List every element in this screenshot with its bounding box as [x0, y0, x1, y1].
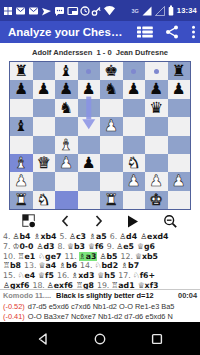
engine-pv-2: O-O Ba3xe7 Nc6xe7 Nb1-d2 d7-d6 e5xd6 N: [28, 312, 173, 321]
piece-black-knight-e7[interactable]: ♞: [100, 80, 123, 98]
move[interactable]: ♙exd4: [140, 232, 168, 241]
move-line-2: 7.♔0-0♙d38.♕b3♕f69.♙e5♕g6: [0, 242, 200, 252]
piece-black-queen-g6[interactable]: ♛: [145, 99, 168, 117]
square-g4[interactable]: [145, 136, 168, 154]
square-f8[interactable]: [123, 62, 146, 80]
square-g8[interactable]: [145, 62, 168, 80]
move[interactable]: ♕a4: [38, 261, 56, 270]
move[interactable]: ♖ad1: [111, 281, 134, 289]
piece-white-bishop-c4[interactable]: ♝: [55, 136, 78, 154]
status-icon-strip: [3, 5, 121, 17]
move[interactable]: ♖g8: [76, 281, 94, 289]
back-icon[interactable]: [37, 333, 49, 345]
previous-move-icon[interactable]: [61, 215, 70, 227]
board-settings-icon[interactable]: [22, 214, 37, 229]
square-e2[interactable]: [100, 172, 123, 190]
app-title: Analyze your Ches…: [8, 26, 122, 38]
square-f7[interactable]: ♟: [123, 80, 146, 98]
square-f5[interactable]: [123, 117, 146, 135]
move-number: 15.: [3, 271, 15, 280]
clock-label: 13:34: [177, 6, 197, 15]
piece-white-rook-e1[interactable]: ♜: [100, 191, 123, 209]
legal-move-dot-d8[interactable]: [86, 69, 91, 74]
piece-black-pawn-a7[interactable]: ♟: [10, 80, 33, 98]
move[interactable]: ♙exf6: [47, 281, 73, 289]
square-e6[interactable]: [100, 99, 123, 117]
move[interactable]: ♔0-0: [12, 242, 33, 251]
square-b5[interactable]: [33, 117, 56, 135]
move[interactable]: ♕h5: [97, 271, 115, 280]
square-b3[interactable]: ♛: [33, 154, 56, 172]
cast-icon: [68, 7, 78, 14]
engine-panel: Komodo 11.... Black is slightly better d…: [0, 289, 200, 322]
move[interactable]: ♘ge7: [38, 252, 61, 261]
piece-black-pawn-f7[interactable]: ♟: [123, 80, 146, 98]
square-d1[interactable]: [78, 191, 101, 209]
square-a3[interactable]: ♝: [10, 154, 33, 172]
piece-black-bishop-c8[interactable]: ♝: [55, 62, 78, 80]
move[interactable]: ♘f6+: [133, 271, 155, 280]
mail-icon: [29, 7, 38, 14]
recents-icon[interactable]: [151, 333, 163, 345]
engine-score-2: (-0.41): [3, 312, 25, 321]
square-b4[interactable]: [33, 136, 56, 154]
move[interactable]: ♕f6: [88, 242, 104, 251]
square-b7[interactable]: ♟: [33, 80, 56, 98]
square-a8[interactable]: ♜: [10, 62, 33, 80]
piece-white-pawn-g2[interactable]: ♟: [145, 172, 168, 190]
move-number: 4.: [3, 232, 10, 241]
share-icon[interactable]: [165, 25, 179, 39]
square-b2[interactable]: [33, 172, 56, 190]
square-c8[interactable]: ♝: [55, 62, 78, 80]
square-h2[interactable]: ♟: [168, 172, 191, 190]
move[interactable]: ♙b4: [12, 232, 30, 241]
key-icon: [92, 7, 100, 15]
status-bar: 3G 13:34: [0, 0, 200, 21]
move-line-6: ♙gxf618.♙exf6♖g819.♖ad1♕xf3: [0, 281, 200, 289]
battery-icon: [168, 5, 174, 16]
notification-icons: [3, 5, 121, 17]
white-player-name: Adolf Anderssen: [32, 48, 92, 57]
engine-evaluation: Black is slightly better d=12: [56, 291, 174, 302]
square-h8[interactable]: ♜: [168, 62, 191, 80]
piece-black-pawn-g7[interactable]: ♟: [145, 80, 168, 98]
engine-time: 00:04: [178, 291, 197, 302]
square-f3[interactable]: ♞: [123, 154, 146, 172]
square-c3[interactable]: ♟: [55, 154, 78, 172]
square-b8[interactable]: [33, 62, 56, 80]
square-h7[interactable]: ♟: [168, 80, 191, 98]
square-h6[interactable]: [168, 99, 191, 117]
wifi-icon: [104, 6, 115, 15]
square-d5[interactable]: [78, 117, 101, 135]
move-line-5: 15.♘e4♕f516.♗xd3♕h517.♘f6+: [0, 271, 200, 281]
signal-2-icon: [155, 6, 165, 16]
square-h1[interactable]: [168, 191, 191, 209]
move[interactable]: ♗a5: [89, 232, 107, 241]
square-h3[interactable]: [168, 154, 191, 172]
square-d8[interactable]: [78, 62, 101, 80]
move[interactable]: ♖e1: [17, 252, 35, 261]
piece-white-rook-a1[interactable]: ♜: [10, 191, 33, 209]
move[interactable]: ♗xd3: [71, 271, 94, 280]
square-f6[interactable]: [123, 99, 146, 117]
piece-black-knight-c6[interactable]: ♞: [55, 99, 78, 117]
sms-icon: [55, 7, 64, 16]
square-h5[interactable]: [168, 117, 191, 135]
move-number: 14.: [80, 261, 92, 270]
move[interactable]: ♗b7: [121, 261, 139, 270]
square-c5[interactable]: [55, 117, 78, 135]
square-h4[interactable]: [168, 136, 191, 154]
move-number: 6.: [110, 232, 117, 241]
move-number: 9.: [107, 242, 114, 251]
piece-black-king-e8[interactable]: ♚: [100, 62, 123, 80]
piece-white-bishop-a3[interactable]: ♝: [10, 154, 33, 172]
legal-move-dot-f8[interactable]: [131, 69, 136, 74]
move-line-3: 10.♖e1♘ge711.♗a3♙b512.♕xb5: [0, 252, 200, 262]
move-number: 8.: [58, 242, 65, 251]
alarm-icon: [81, 7, 89, 15]
move-number: 13.: [24, 261, 36, 270]
square-b1[interactable]: ♞: [33, 191, 56, 209]
piece-black-pawn-h7[interactable]: ♟: [168, 80, 191, 98]
square-g3[interactable]: [145, 154, 168, 172]
square-d3[interactable]: ♟: [78, 154, 101, 172]
square-g6[interactable]: ♛: [145, 99, 168, 117]
black-player-name: Jean Dufresne: [116, 48, 168, 57]
move[interactable]: ♕f5: [38, 271, 54, 280]
chess-board[interactable]: ♜♝♚♜♟♟♟♟♞♟♟♟♞♛♝♟♝♝♛♟♟♞♟♟♟♟♜♞♜♚: [9, 61, 191, 210]
engine-line-2[interactable]: (-0.41)O-O Ba3xe7 Nc6xe7 Nb1-d2 d7-d6 e5…: [0, 312, 200, 322]
square-e8[interactable]: ♚: [100, 62, 123, 80]
move-number: 18.: [32, 281, 44, 289]
board-toolbar: [0, 211, 200, 231]
square-a1[interactable]: ♜: [10, 191, 33, 209]
move-list[interactable]: 4.♙b4♗xb45.♙c3♗a56.♙d4♙exd47.♔0-0♙d38.♕b…: [0, 232, 200, 289]
navigation-icon: [42, 8, 51, 16]
piece-white-knight-b1[interactable]: ♞: [33, 191, 56, 209]
engine-name[interactable]: Komodo 11....: [3, 291, 51, 302]
zoom-out-icon[interactable]: [163, 214, 178, 229]
square-f2[interactable]: ♟: [123, 172, 146, 190]
move[interactable]: ♙b5: [100, 252, 118, 261]
move[interactable]: ♕g6: [137, 242, 155, 251]
square-a2[interactable]: ♟: [10, 172, 33, 190]
move[interactable]: ♘e4: [17, 271, 35, 280]
move[interactable]: ♕b3: [67, 242, 85, 251]
piece-white-pawn-e5[interactable]: ♟: [100, 117, 123, 135]
move[interactable]: ♘bd2: [95, 261, 119, 270]
legal-move-dot-g8[interactable]: [154, 69, 159, 74]
move-number: 12.: [121, 252, 133, 261]
game-result: 1 - 0: [96, 48, 111, 57]
piece-black-bishop-a5[interactable]: ♝: [10, 117, 33, 135]
move[interactable]: ♙d3: [37, 242, 55, 251]
piece-white-pawn-a2[interactable]: ♟: [10, 172, 33, 190]
square-c6[interactable]: ♞: [55, 99, 78, 117]
move-number: 17.: [118, 271, 130, 280]
piece-white-pawn-c3[interactable]: ♟: [55, 154, 78, 172]
move-number: 16.: [57, 271, 69, 280]
piece-black-pawn-c7[interactable]: ♟: [55, 80, 78, 98]
square-d6[interactable]: [78, 99, 101, 117]
piece-white-knight-f3[interactable]: ♞: [123, 154, 146, 172]
move[interactable]: ♗xb4: [33, 232, 56, 241]
square-c2[interactable]: [55, 172, 78, 190]
move[interactable]: ♙gxf6: [3, 281, 29, 289]
move[interactable]: ♗b6: [59, 261, 77, 270]
move[interactable]: ♕xb5: [135, 252, 158, 261]
current-move[interactable]: ♗a3: [79, 252, 97, 261]
signal-icon: [142, 6, 152, 16]
engine-pv-1: d7-d5 e5xd6 c7xd6 Nb1-d2 O-O Re1-e3 Ba5: [28, 302, 175, 311]
square-f1[interactable]: [123, 191, 146, 209]
home-icon[interactable]: [94, 333, 106, 345]
square-b6[interactable]: [33, 99, 56, 117]
square-d7[interactable]: ♟: [78, 80, 101, 98]
move[interactable]: ♙e5: [116, 242, 134, 251]
engine-score-1: (-0.52): [3, 302, 25, 311]
square-g5[interactable]: [145, 117, 168, 135]
move-number: 7.: [3, 242, 10, 251]
move-line-1: 4.♙b4♗xb45.♙c3♗a56.♙d4♙exd4: [0, 232, 200, 242]
move[interactable]: ♕xf3: [138, 281, 159, 289]
square-e5[interactable]: ♟: [100, 117, 123, 135]
piece-black-pawn-d3[interactable]: ♟: [78, 154, 101, 172]
move-number: 11.: [64, 252, 76, 261]
square-c1[interactable]: [55, 191, 78, 209]
game-header: Adolf Anderssen 1 - 0 Jean Dufresne: [0, 43, 200, 61]
square-e7[interactable]: ♞: [100, 80, 123, 98]
mail-icon: [16, 7, 25, 14]
square-g2[interactable]: ♟: [145, 172, 168, 190]
grid-icon: [4, 7, 12, 15]
square-e4[interactable]: [100, 136, 123, 154]
piece-black-pawn-d7[interactable]: ♟: [78, 80, 101, 98]
piece-white-pawn-h2[interactable]: ♟: [168, 172, 191, 190]
square-g7[interactable]: ♟: [145, 80, 168, 98]
piece-white-king-g1[interactable]: ♚: [145, 191, 168, 209]
square-a4[interactable]: [10, 136, 33, 154]
overflow-menu-icon[interactable]: [191, 25, 196, 39]
app-screen: 3G 13:34 Analyze your Ches… Adolf Anders…: [0, 0, 200, 355]
move-number: 19.: [97, 281, 109, 289]
piece-black-rook-h8[interactable]: ♜: [168, 62, 191, 80]
engine-line-1[interactable]: (-0.52)d7-d5 e5xd6 c7xd6 Nb1-d2 O-O Re1-…: [0, 302, 200, 312]
square-c4[interactable]: ♝: [55, 136, 78, 154]
view-list-icon[interactable]: [137, 26, 153, 38]
app-bar: Analyze your Ches…: [0, 21, 200, 43]
piece-white-pawn-f2[interactable]: ♟: [123, 172, 146, 190]
piece-black-pawn-b7[interactable]: ♟: [33, 80, 56, 98]
square-c7[interactable]: ♟: [55, 80, 78, 98]
move[interactable]: ♖b8: [3, 261, 21, 270]
network-type-label: 3G: [131, 8, 138, 14]
square-f4[interactable]: [123, 136, 146, 154]
next-move-icon[interactable]: [94, 215, 103, 227]
move-line-4: ♖b813.♕a4♗b614.♘bd2♗b7: [0, 261, 200, 271]
square-e1[interactable]: ♜: [100, 191, 123, 209]
square-g1[interactable]: ♚: [145, 191, 168, 209]
square-e3[interactable]: [100, 154, 123, 172]
move[interactable]: ♙d4: [119, 232, 137, 241]
piece-white-queen-b3[interactable]: ♛: [33, 154, 56, 172]
move-number: 5.: [59, 232, 66, 241]
piece-black-rook-a8[interactable]: ♜: [10, 62, 33, 80]
square-d2[interactable]: [78, 172, 101, 190]
square-a6[interactable]: [10, 99, 33, 117]
autoplay-icon[interactable]: [127, 215, 139, 228]
move[interactable]: ♙c3: [69, 232, 86, 241]
square-a5[interactable]: ♝: [10, 117, 33, 135]
square-d4[interactable]: [78, 136, 101, 154]
square-a7[interactable]: ♟: [10, 80, 33, 98]
android-nav-bar: [0, 322, 200, 355]
move-number: 10.: [3, 252, 15, 261]
